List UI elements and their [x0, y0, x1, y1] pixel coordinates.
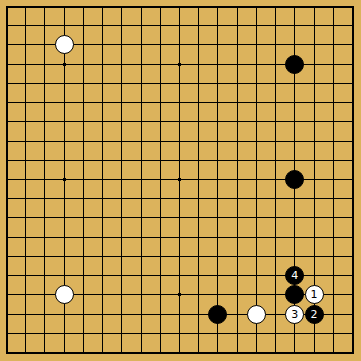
stone-move-number: 2 [311, 309, 318, 320]
stone-white[interactable] [247, 305, 266, 324]
stone-white-move-3[interactable]: 3 [285, 305, 304, 324]
stone-black-move-2[interactable]: 2 [305, 305, 324, 324]
star-point [63, 178, 66, 181]
stone-black[interactable] [208, 305, 227, 324]
stone-white[interactable] [55, 35, 74, 54]
grid-line-vertical [217, 7, 218, 353]
grid-line-horizontal [7, 237, 353, 238]
stone-white-move-1[interactable]: 1 [305, 285, 324, 304]
grid-line-horizontal [7, 333, 353, 334]
grid-line-vertical [256, 7, 257, 353]
grid-line-vertical [198, 7, 199, 353]
grid-line-vertical [333, 7, 334, 353]
stone-white[interactable] [55, 285, 74, 304]
grid-line-horizontal [7, 198, 353, 199]
stone-move-number: 1 [311, 289, 318, 300]
stone-black[interactable] [285, 55, 304, 74]
star-point [63, 63, 66, 66]
grid-line-horizontal [7, 256, 353, 257]
grid-line-vertical [237, 7, 238, 353]
star-point [178, 293, 181, 296]
stone-move-number: 4 [291, 270, 298, 281]
grid-line-vertical [275, 7, 276, 353]
stone-move-number: 3 [291, 309, 298, 320]
go-board: 4132 [0, 0, 361, 361]
grid-line-horizontal [7, 217, 353, 218]
star-point [178, 63, 181, 66]
star-point [178, 178, 181, 181]
